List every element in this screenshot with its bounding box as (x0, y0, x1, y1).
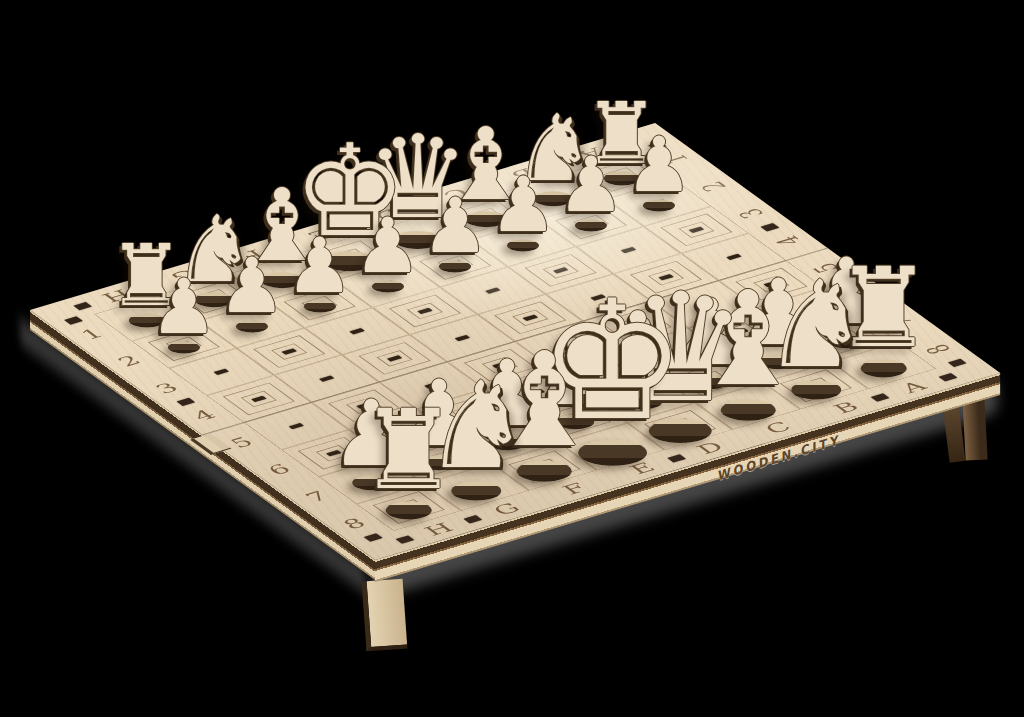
piece-white-pawn-g2: ♟ (218, 249, 286, 333)
pawn-glyph: ♟ (625, 127, 693, 203)
rook-glyph: ♜ (359, 396, 458, 506)
pawn-glyph: ♟ (286, 228, 354, 304)
pawn-glyph: ♟ (218, 249, 286, 325)
piece-black-rook-h8: ♜ (359, 396, 458, 520)
piece-white-pawn-h2: ♟ (150, 269, 218, 353)
pawn-glyph: ♟ (353, 208, 421, 284)
piece-white-pawn-f2: ♟ (286, 228, 354, 312)
piece-white-pawn-d2: ♟ (421, 188, 489, 272)
pawn-glyph: ♟ (421, 188, 489, 264)
pawn-glyph: ♟ (150, 269, 218, 345)
piece-white-pawn-b2: ♟ (557, 147, 625, 231)
pieces-layer: ♜♞♝♚♛♝♞♜♟♟♟♟♟♟♟♟♟♟♟♟♟♟♟♟♜♞♝♚♛♝♞♜ (0, 0, 1024, 717)
pawn-glyph: ♟ (557, 147, 625, 223)
piece-white-pawn-c2: ♟ (489, 168, 557, 252)
product-photo-wooden-chess-set: WOODEN.CITY 12345678 12345678 HGFEDCBA H… (0, 0, 1024, 717)
piece-white-pawn-a2: ♟ (625, 127, 693, 211)
piece-white-pawn-e2: ♟ (353, 208, 421, 292)
pawn-glyph: ♟ (489, 168, 557, 244)
